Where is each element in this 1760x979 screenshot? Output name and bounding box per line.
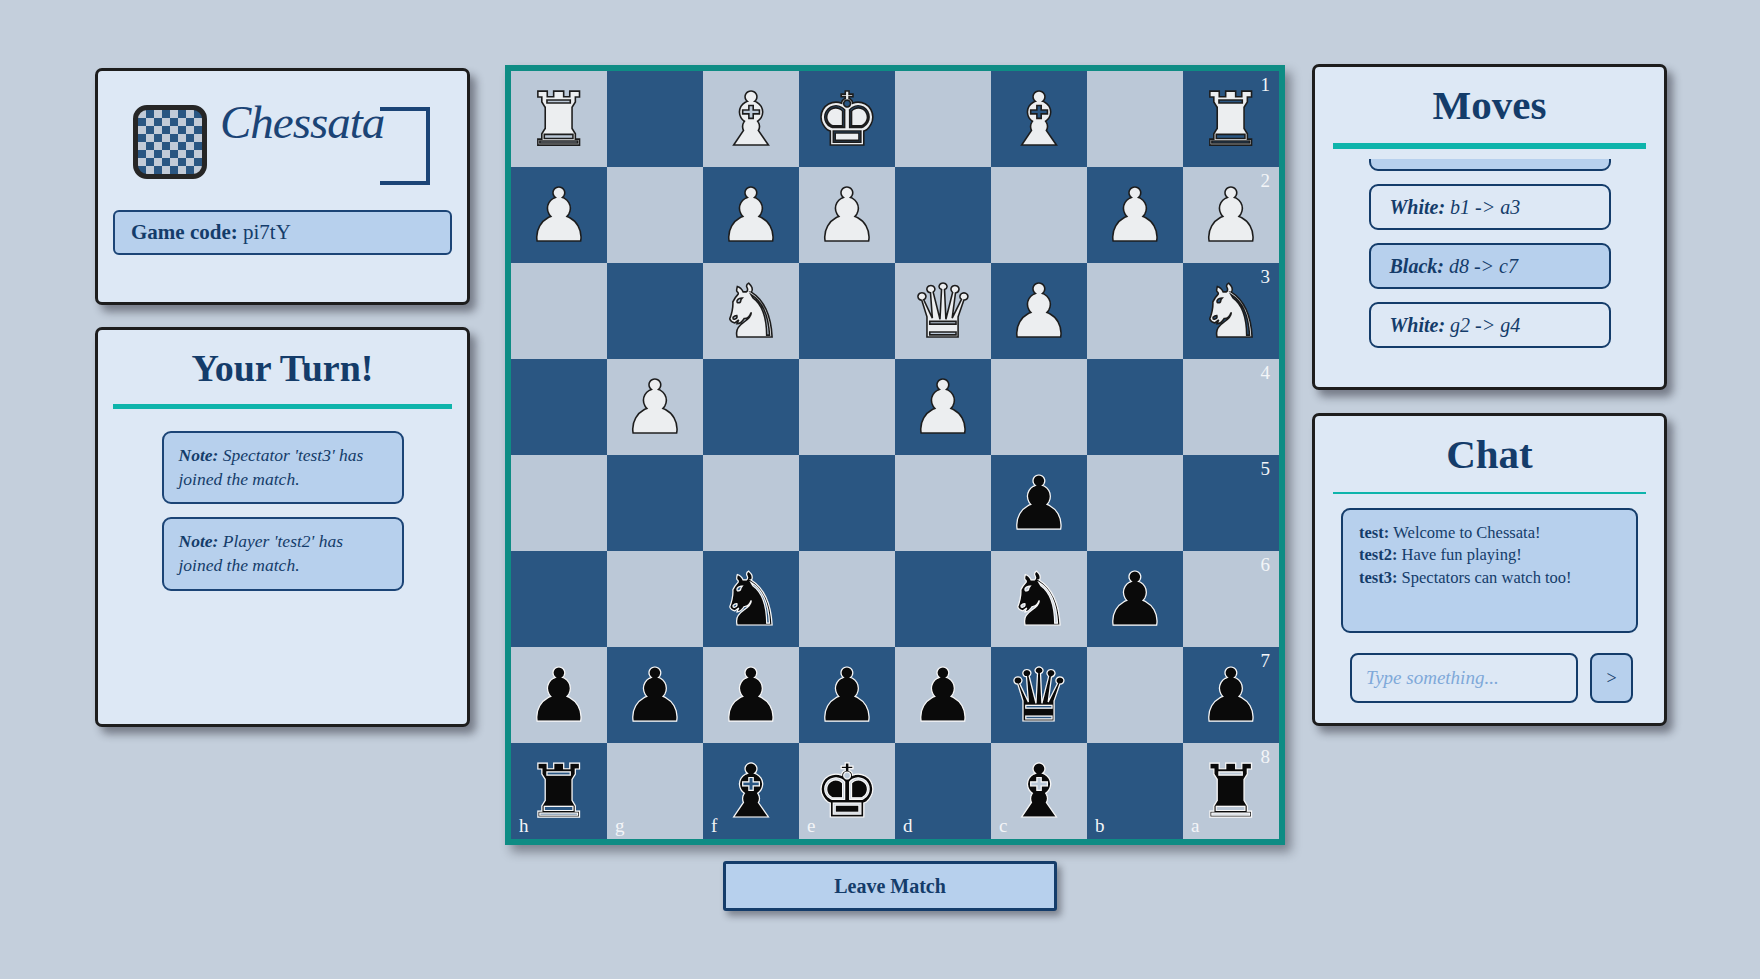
square-f1[interactable]: ♝ <box>703 71 799 167</box>
square-g5[interactable] <box>607 455 703 551</box>
chat-message: test: Welcome to Chessata! <box>1359 522 1626 544</box>
piece-black-pawn: ♟ <box>526 647 592 743</box>
square-c4[interactable] <box>991 359 1087 455</box>
square-a4[interactable]: 4 <box>1183 359 1279 455</box>
piece-white-pawn: ♟ <box>526 167 592 263</box>
square-e8[interactable]: ♚e <box>799 743 895 839</box>
square-e1[interactable]: ♚ <box>799 71 895 167</box>
teal-divider <box>1333 492 1646 494</box>
piece-white-pawn: ♟ <box>1102 167 1168 263</box>
move-item: Black: d8 -> c7 <box>1369 243 1611 289</box>
piece-white-bishop: ♝ <box>1006 71 1072 167</box>
piece-black-rook: ♜ <box>1198 743 1264 839</box>
leave-match-button[interactable]: Leave Match <box>723 861 1057 911</box>
chat-message: test3: Spectators can watch too! <box>1359 567 1626 589</box>
piece-white-rook: ♜ <box>526 71 592 167</box>
square-h8[interactable]: ♜h <box>511 743 607 839</box>
square-d8[interactable]: d <box>895 743 991 839</box>
square-e7[interactable]: ♟ <box>799 647 895 743</box>
piece-black-pawn: ♟ <box>910 647 976 743</box>
file-label: d <box>903 815 913 837</box>
square-d2[interactable] <box>895 167 991 263</box>
moves-list[interactable]: White: b1 -> a3Black: d8 -> c7White: g2 … <box>1369 159 1611 361</box>
square-g3[interactable] <box>607 263 703 359</box>
game-code-label: Game code: <box>131 220 238 244</box>
square-d5[interactable] <box>895 455 991 551</box>
square-f6[interactable]: ♞ <box>703 551 799 647</box>
notes-list: Note: Spectator 'test3' has joined the m… <box>98 431 467 591</box>
square-d1[interactable] <box>895 71 991 167</box>
square-c3[interactable]: ♟ <box>991 263 1087 359</box>
rank-label: 2 <box>1261 170 1271 192</box>
square-a2[interactable]: ♟2 <box>1183 167 1279 263</box>
piece-white-queen: ♛ <box>910 263 976 359</box>
chat-title: Chat <box>1315 430 1664 478</box>
file-label: b <box>1095 815 1105 837</box>
rank-label: 1 <box>1261 74 1271 96</box>
square-e2[interactable]: ♟ <box>799 167 895 263</box>
square-d7[interactable]: ♟ <box>895 647 991 743</box>
square-g8[interactable]: g <box>607 743 703 839</box>
square-a7[interactable]: ♟7 <box>1183 647 1279 743</box>
square-a1[interactable]: ♜1 <box>1183 71 1279 167</box>
chat-input[interactable] <box>1350 653 1578 703</box>
square-d3[interactable]: ♛ <box>895 263 991 359</box>
piece-black-pawn: ♟ <box>718 647 784 743</box>
app-title: Chessata <box>220 95 480 149</box>
moves-panel: Moves White: b1 -> a3Black: d8 -> c7Whit… <box>1312 64 1667 390</box>
square-c6[interactable]: ♞ <box>991 551 1087 647</box>
piece-black-queen: ♛ <box>1006 647 1072 743</box>
piece-black-knight: ♞ <box>718 551 784 647</box>
rank-label: 8 <box>1261 746 1271 768</box>
chat-input-row: > <box>1350 653 1633 703</box>
rank-label: 3 <box>1261 266 1271 288</box>
piece-white-rook: ♜ <box>1198 71 1264 167</box>
square-d4[interactable]: ♟ <box>895 359 991 455</box>
teal-divider <box>113 404 452 409</box>
square-h6[interactable] <box>511 551 607 647</box>
square-f7[interactable]: ♟ <box>703 647 799 743</box>
game-code-box: Game code: pi7tY <box>113 210 452 255</box>
square-g1[interactable] <box>607 71 703 167</box>
file-label: f <box>711 815 717 837</box>
square-h4[interactable] <box>511 359 607 455</box>
square-b7[interactable] <box>1087 647 1183 743</box>
rank-label: 7 <box>1261 650 1271 672</box>
square-h5[interactable] <box>511 455 607 551</box>
teal-divider <box>1333 143 1646 149</box>
square-h3[interactable] <box>511 263 607 359</box>
square-h1[interactable]: ♜ <box>511 71 607 167</box>
square-a8[interactable]: ♜8a <box>1183 743 1279 839</box>
chat-panel: Chat test: Welcome to Chessata!test2: Ha… <box>1312 413 1667 726</box>
square-g7[interactable]: ♟ <box>607 647 703 743</box>
file-label: a <box>1191 815 1199 837</box>
square-c8[interactable]: ♝c <box>991 743 1087 839</box>
square-g4[interactable]: ♟ <box>607 359 703 455</box>
app-root: Chessata Game code: pi7tY Your Turn! Not… <box>0 0 1760 979</box>
square-f8[interactable]: ♝f <box>703 743 799 839</box>
square-c1[interactable]: ♝ <box>991 71 1087 167</box>
square-b5[interactable] <box>1087 455 1183 551</box>
square-d6[interactable] <box>895 551 991 647</box>
square-g2[interactable] <box>607 167 703 263</box>
piece-white-pawn: ♟ <box>622 359 688 455</box>
piece-black-knight: ♞ <box>1006 551 1072 647</box>
move-item-partial <box>1369 159 1611 171</box>
square-e5[interactable] <box>799 455 895 551</box>
piece-black-bishop: ♝ <box>1006 743 1072 839</box>
square-f3[interactable]: ♞ <box>703 263 799 359</box>
piece-white-pawn: ♟ <box>718 167 784 263</box>
square-e4[interactable] <box>799 359 895 455</box>
piece-white-pawn: ♟ <box>1198 167 1264 263</box>
piece-white-king: ♚ <box>814 71 880 167</box>
move-item: White: g2 -> g4 <box>1369 302 1611 348</box>
square-f5[interactable] <box>703 455 799 551</box>
turn-status-panel: Your Turn! Note: Spectator 'test3' has j… <box>95 327 470 727</box>
square-b2[interactable]: ♟ <box>1087 167 1183 263</box>
game-code-value: pi7tY <box>243 220 291 244</box>
square-b6[interactable]: ♟ <box>1087 551 1183 647</box>
piece-black-pawn: ♟ <box>1006 455 1072 551</box>
file-label: g <box>615 815 625 837</box>
piece-white-pawn: ♟ <box>1006 263 1072 359</box>
piece-black-pawn: ♟ <box>622 647 688 743</box>
square-f2[interactable]: ♟ <box>703 167 799 263</box>
piece-black-rook: ♜ <box>526 743 592 839</box>
chat-message: test2: Have fun playing! <box>1359 544 1626 566</box>
chess-board[interactable]: ♜♝♚♝♜1♟♟♟♟♟2♞♛♟♞3♟♟4♟5♞♞♟6♟♟♟♟♟♛♟7♜hg♝f♚… <box>505 65 1285 845</box>
piece-black-pawn: ♟ <box>1198 647 1264 743</box>
square-b4[interactable] <box>1087 359 1183 455</box>
square-c2[interactable] <box>991 167 1087 263</box>
square-a3[interactable]: ♞3 <box>1183 263 1279 359</box>
square-b8[interactable]: b <box>1087 743 1183 839</box>
rank-label: 6 <box>1261 554 1271 576</box>
square-f4[interactable] <box>703 359 799 455</box>
square-a6[interactable]: 6 <box>1183 551 1279 647</box>
piece-white-pawn: ♟ <box>814 167 880 263</box>
move-item: White: b1 -> a3 <box>1369 184 1611 230</box>
chat-message-box: test: Welcome to Chessata!test2: Have fu… <box>1341 508 1638 633</box>
piece-black-king: ♚ <box>814 743 880 839</box>
square-e6[interactable] <box>799 551 895 647</box>
rank-label: 4 <box>1261 362 1271 384</box>
turn-status-title: Your Turn! <box>98 346 467 390</box>
square-b3[interactable] <box>1087 263 1183 359</box>
file-label: c <box>999 815 1007 837</box>
square-g6[interactable] <box>607 551 703 647</box>
logo-bracket-decoration <box>380 107 430 185</box>
piece-white-knight: ♞ <box>718 263 784 359</box>
square-b1[interactable] <box>1087 71 1183 167</box>
piece-black-pawn: ♟ <box>1102 551 1168 647</box>
piece-white-pawn: ♟ <box>910 359 976 455</box>
piece-white-bishop: ♝ <box>718 71 784 167</box>
file-label: h <box>519 815 529 837</box>
chessboard-logo-icon <box>133 105 207 179</box>
piece-black-pawn: ♟ <box>814 647 880 743</box>
square-c5[interactable]: ♟ <box>991 455 1087 551</box>
send-button[interactable]: > <box>1590 653 1633 703</box>
piece-black-bishop: ♝ <box>718 743 784 839</box>
moves-title: Moves <box>1315 81 1664 129</box>
square-h2[interactable]: ♟ <box>511 167 607 263</box>
rank-label: 5 <box>1261 458 1271 480</box>
square-h7[interactable]: ♟ <box>511 647 607 743</box>
square-e3[interactable] <box>799 263 895 359</box>
square-c7[interactable]: ♛ <box>991 647 1087 743</box>
note-item: Note: Spectator 'test3' has joined the m… <box>162 431 404 504</box>
piece-white-knight: ♞ <box>1198 263 1264 359</box>
logo-panel: Chessata Game code: pi7tY <box>95 68 470 305</box>
square-a5[interactable]: 5 <box>1183 455 1279 551</box>
file-label: e <box>807 815 815 837</box>
note-item: Note: Player 'test2' has joined the matc… <box>162 517 404 590</box>
